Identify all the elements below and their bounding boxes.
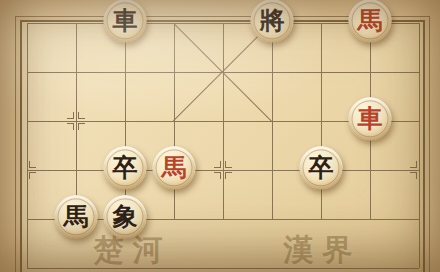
piece-black-elephant-c6[interactable]: 象 bbox=[104, 195, 147, 238]
piece-black-soldier-g7[interactable]: 卒 bbox=[300, 146, 343, 189]
piece-black-horse-b6[interactable]: 馬 bbox=[55, 195, 98, 238]
grid-line bbox=[125, 23, 126, 219]
grid-line bbox=[419, 23, 420, 268]
piece-black-general-f10[interactable]: 將 bbox=[251, 0, 294, 42]
river-label-right: 漢界 bbox=[275, 230, 362, 271]
piece-red-horse-h10[interactable]: 馬 bbox=[349, 0, 392, 42]
grid-line bbox=[321, 23, 322, 219]
point-marker-a7 bbox=[17, 160, 37, 180]
xiangqi-board-screen: 楚河 漢界 車將馬車卒馬卒馬象 bbox=[0, 0, 440, 272]
point-marker-e7 bbox=[213, 160, 233, 180]
point-marker-b8 bbox=[66, 111, 86, 131]
point-marker-i7 bbox=[409, 160, 429, 180]
piece-red-chariot-h8[interactable]: 車 bbox=[349, 97, 392, 140]
piece-red-horse-d7[interactable]: 馬 bbox=[153, 146, 196, 189]
piece-black-soldier-c7[interactable]: 卒 bbox=[104, 146, 147, 189]
grid-line bbox=[174, 23, 175, 219]
grid-line bbox=[27, 23, 28, 268]
piece-black-chariot-c10[interactable]: 車 bbox=[104, 0, 147, 42]
grid-line bbox=[272, 23, 273, 219]
grid-line bbox=[223, 23, 224, 219]
